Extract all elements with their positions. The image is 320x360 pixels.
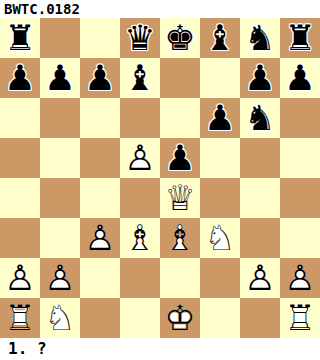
square-h5[interactable] [280, 138, 320, 178]
square-c6[interactable] [80, 98, 120, 138]
square-a6[interactable] [0, 98, 40, 138]
black-knight: ♞ [240, 98, 280, 138]
white-rook-fill: ♜ [0, 298, 40, 338]
white-queen-fill: ♛ [160, 178, 200, 218]
white-knight-fill: ♞ [40, 298, 80, 338]
black-bishop: ♝ [120, 58, 160, 98]
square-d3[interactable]: ♝♗ [120, 218, 160, 258]
square-e3[interactable]: ♝♗ [160, 218, 200, 258]
white-bishop-fill: ♝ [120, 218, 160, 258]
square-d4[interactable] [120, 178, 160, 218]
square-b8[interactable] [40, 18, 80, 58]
square-f1[interactable] [200, 298, 240, 338]
square-b3[interactable] [40, 218, 80, 258]
square-d5[interactable]: ♟♙ [120, 138, 160, 178]
square-d6[interactable] [120, 98, 160, 138]
square-h3[interactable] [280, 218, 320, 258]
square-a8[interactable]: ♜ [0, 18, 40, 58]
white-bishop-fill: ♝ [160, 218, 200, 258]
black-knight: ♞ [240, 18, 280, 58]
white-pawn-fill: ♟ [40, 258, 80, 298]
white-rook-fill: ♜ [280, 298, 320, 338]
square-b4[interactable] [40, 178, 80, 218]
black-king: ♚ [160, 18, 200, 58]
square-a3[interactable] [0, 218, 40, 258]
square-e7[interactable] [160, 58, 200, 98]
square-f2[interactable] [200, 258, 240, 298]
white-rook: ♖ [280, 298, 320, 338]
white-king: ♔ [160, 298, 200, 338]
square-d7[interactable]: ♝ [120, 58, 160, 98]
square-f6[interactable]: ♟ [200, 98, 240, 138]
white-pawn: ♙ [280, 258, 320, 298]
white-bishop: ♗ [120, 218, 160, 258]
white-pawn-fill: ♟ [0, 258, 40, 298]
chess-board: ♜♛♚♝♞♜♟♟♟♝♟♟♟♞♟♙♟♛♕♟♙♝♗♝♗♞♘♟♙♟♙♟♙♟♙♜♖♞♘♚… [0, 18, 320, 338]
square-f5[interactable] [200, 138, 240, 178]
square-b1[interactable]: ♞♘ [40, 298, 80, 338]
square-c7[interactable]: ♟ [80, 58, 120, 98]
black-rook: ♜ [0, 18, 40, 58]
square-g2[interactable]: ♟♙ [240, 258, 280, 298]
square-c2[interactable] [80, 258, 120, 298]
square-h6[interactable] [280, 98, 320, 138]
black-pawn: ♟ [80, 58, 120, 98]
square-e4[interactable]: ♛♕ [160, 178, 200, 218]
square-g7[interactable]: ♟ [240, 58, 280, 98]
status-bar: 1. ? [0, 338, 320, 360]
white-king-fill: ♚ [160, 298, 200, 338]
title-bar: BWTC.0182 [0, 0, 320, 18]
square-g3[interactable] [240, 218, 280, 258]
square-c8[interactable] [80, 18, 120, 58]
square-f4[interactable] [200, 178, 240, 218]
black-pawn: ♟ [40, 58, 80, 98]
black-pawn: ♟ [200, 98, 240, 138]
white-queen: ♕ [160, 178, 200, 218]
square-h2[interactable]: ♟♙ [280, 258, 320, 298]
square-a5[interactable] [0, 138, 40, 178]
black-pawn: ♟ [160, 138, 200, 178]
white-pawn: ♙ [80, 218, 120, 258]
black-pawn: ♟ [240, 58, 280, 98]
white-bishop: ♗ [160, 218, 200, 258]
square-e1[interactable]: ♚♔ [160, 298, 200, 338]
square-b5[interactable] [40, 138, 80, 178]
square-a1[interactable]: ♜♖ [0, 298, 40, 338]
white-pawn: ♙ [120, 138, 160, 178]
move-prompt: 1. ? [8, 338, 47, 360]
square-e8[interactable]: ♚ [160, 18, 200, 58]
square-d1[interactable] [120, 298, 160, 338]
white-pawn-fill: ♟ [280, 258, 320, 298]
square-g6[interactable]: ♞ [240, 98, 280, 138]
square-c5[interactable] [80, 138, 120, 178]
square-a2[interactable]: ♟♙ [0, 258, 40, 298]
square-d2[interactable] [120, 258, 160, 298]
square-h1[interactable]: ♜♖ [280, 298, 320, 338]
square-b7[interactable]: ♟ [40, 58, 80, 98]
square-h4[interactable] [280, 178, 320, 218]
square-e6[interactable] [160, 98, 200, 138]
square-c1[interactable] [80, 298, 120, 338]
square-b6[interactable] [40, 98, 80, 138]
square-g1[interactable] [240, 298, 280, 338]
square-a4[interactable] [0, 178, 40, 218]
black-bishop: ♝ [200, 18, 240, 58]
white-pawn-fill: ♟ [80, 218, 120, 258]
square-g4[interactable] [240, 178, 280, 218]
square-d8[interactable]: ♛ [120, 18, 160, 58]
square-c3[interactable]: ♟♙ [80, 218, 120, 258]
square-b2[interactable]: ♟♙ [40, 258, 80, 298]
square-f3[interactable]: ♞♘ [200, 218, 240, 258]
white-pawn: ♙ [240, 258, 280, 298]
square-h8[interactable]: ♜ [280, 18, 320, 58]
window-title: BWTC.0182 [4, 0, 80, 18]
square-e5[interactable]: ♟ [160, 138, 200, 178]
square-c4[interactable] [80, 178, 120, 218]
white-pawn-fill: ♟ [120, 138, 160, 178]
white-rook: ♖ [0, 298, 40, 338]
white-pawn-fill: ♟ [240, 258, 280, 298]
square-g8[interactable]: ♞ [240, 18, 280, 58]
black-rook: ♜ [280, 18, 320, 58]
square-a7[interactable]: ♟ [0, 58, 40, 98]
white-knight: ♘ [40, 298, 80, 338]
white-pawn: ♙ [0, 258, 40, 298]
black-pawn: ♟ [280, 58, 320, 98]
black-pawn: ♟ [0, 58, 40, 98]
square-g5[interactable] [240, 138, 280, 178]
white-pawn: ♙ [40, 258, 80, 298]
square-f7[interactable] [200, 58, 240, 98]
square-f8[interactable]: ♝ [200, 18, 240, 58]
square-h7[interactable]: ♟ [280, 58, 320, 98]
black-queen: ♛ [120, 18, 160, 58]
white-knight: ♘ [200, 218, 240, 258]
chess-app-window: BWTC.0182 ♜♛♚♝♞♜♟♟♟♝♟♟♟♞♟♙♟♛♕♟♙♝♗♝♗♞♘♟♙♟… [0, 0, 320, 360]
square-e2[interactable] [160, 258, 200, 298]
white-knight-fill: ♞ [200, 218, 240, 258]
